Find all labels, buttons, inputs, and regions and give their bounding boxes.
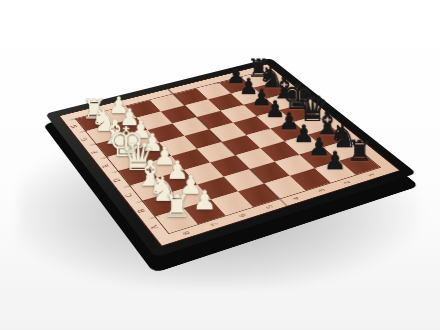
white-rook-icon: ♜ bbox=[150, 191, 204, 223]
black-pawn-icon: ♟ bbox=[310, 148, 360, 173]
board-squares: ♜♟♟♜♞♟♟♞♝♟♟♝♚♟♟♚♛♟♟♛♝♟♟♝♞♟♟♞♜♟♟♜ bbox=[76, 72, 380, 234]
photo-backdrop: HGFEDCBA 87654321 ♜♟♟♜♞♟♟♞♝♟♟♝♚♟♟♚♛♟♟♛♝♟… bbox=[0, 0, 440, 330]
